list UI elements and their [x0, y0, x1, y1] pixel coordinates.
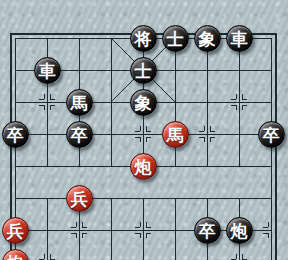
piece-black-soldier[interactable]: 卒 — [66, 121, 93, 148]
piece-black-advisor[interactable]: 士 — [162, 25, 189, 52]
piece-black-cannon[interactable]: 炮 — [226, 217, 253, 244]
piece-red-soldier[interactable]: 兵 — [66, 185, 93, 212]
piece-black-chariot[interactable]: 車 — [34, 57, 61, 84]
piece-black-elephant[interactable]: 象 — [130, 89, 157, 116]
xiangqi-board[interactable]: 将士象車車士馬象卒卒馬卒炮兵兵卒炮炮 — [0, 0, 288, 260]
piece-black-horse[interactable]: 馬 — [66, 89, 93, 116]
piece-black-soldier[interactable]: 卒 — [194, 217, 221, 244]
piece-black-soldier[interactable]: 卒 — [2, 121, 29, 148]
piece-black-advisor[interactable]: 士 — [130, 57, 157, 84]
piece-black-chariot[interactable]: 車 — [226, 25, 253, 52]
piece-red-cannon[interactable]: 炮 — [130, 153, 157, 180]
piece-red-soldier[interactable]: 兵 — [2, 217, 29, 244]
piece-black-general[interactable]: 将 — [130, 25, 157, 52]
piece-black-soldier[interactable]: 卒 — [258, 121, 285, 148]
piece-black-elephant[interactable]: 象 — [194, 25, 221, 52]
piece-red-horse[interactable]: 馬 — [162, 121, 189, 148]
